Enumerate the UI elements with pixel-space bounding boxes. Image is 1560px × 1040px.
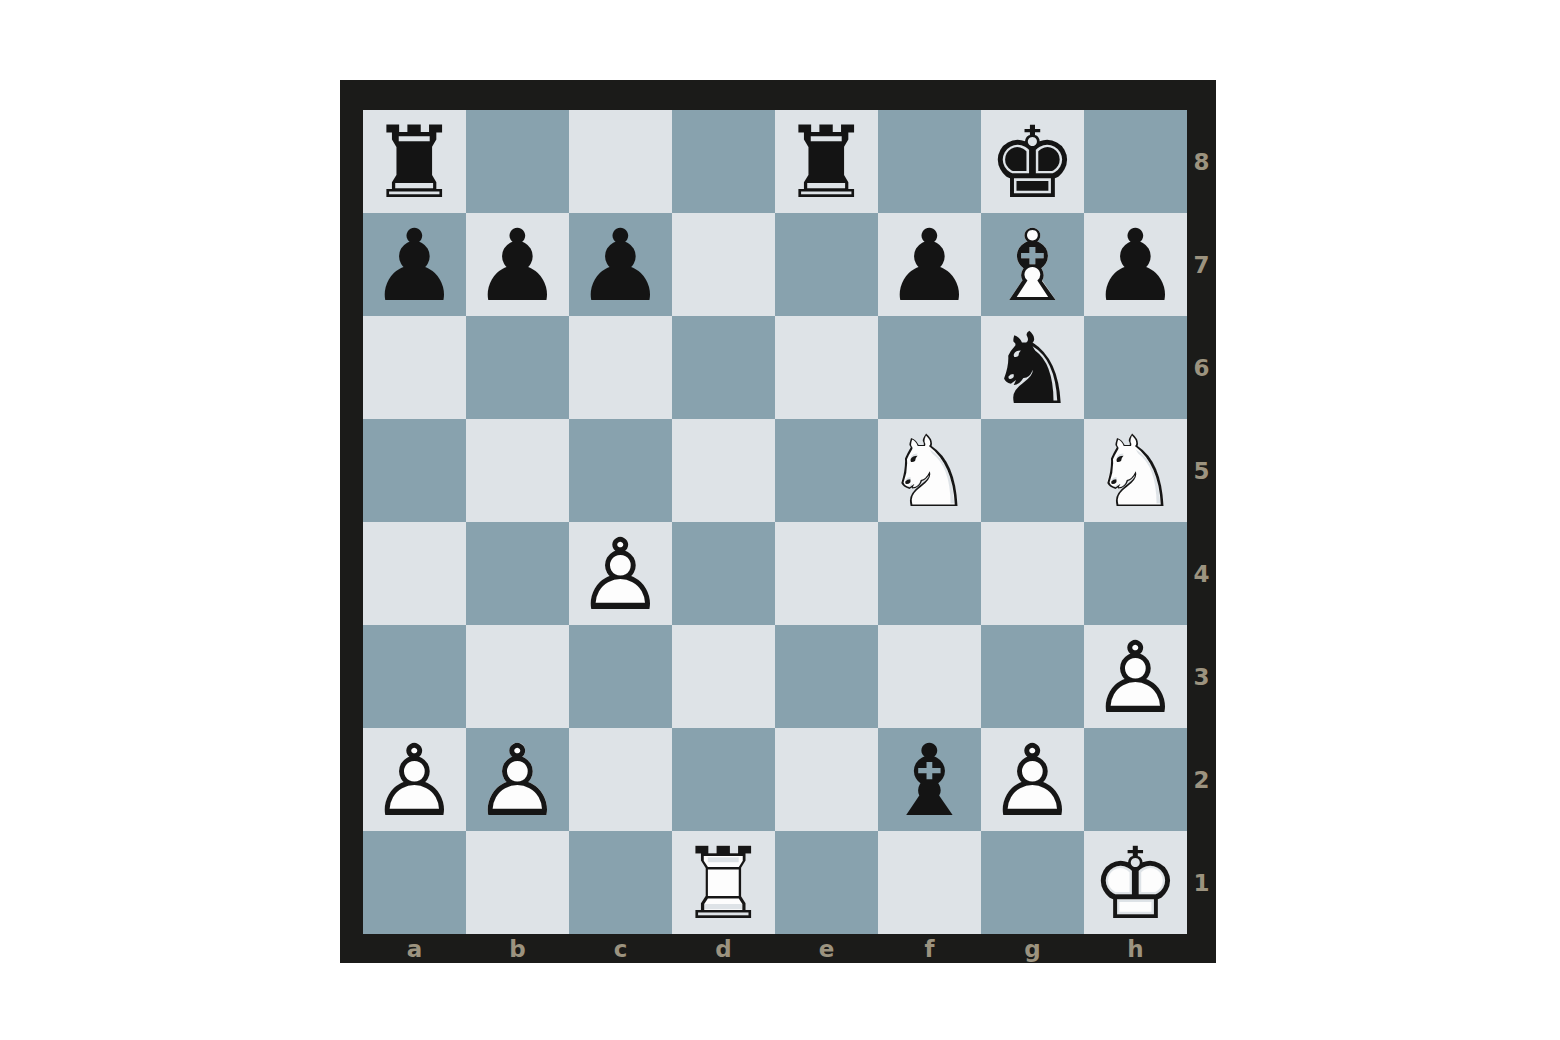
piece-white-pawn: ♟♙ bbox=[569, 522, 672, 625]
square-h8[interactable] bbox=[1084, 110, 1187, 213]
square-h4[interactable] bbox=[1084, 522, 1187, 625]
piece-black-pawn: ♟ bbox=[1084, 213, 1187, 316]
square-c2[interactable] bbox=[569, 728, 672, 831]
square-g7[interactable]: ♝♗ bbox=[981, 213, 1084, 316]
square-c4[interactable]: ♟♙ bbox=[569, 522, 672, 625]
piece-black-bishop: ♝ bbox=[878, 728, 981, 831]
square-a8[interactable]: ♜ bbox=[363, 110, 466, 213]
square-g8[interactable]: ♚ bbox=[981, 110, 1084, 213]
file-label-d: d bbox=[672, 934, 775, 963]
square-a3[interactable] bbox=[363, 625, 466, 728]
square-c8[interactable] bbox=[569, 110, 672, 213]
square-f5[interactable]: ♞♘ bbox=[878, 419, 981, 522]
file-label-h: h bbox=[1084, 934, 1187, 963]
square-g3[interactable] bbox=[981, 625, 1084, 728]
rank-label-3: 3 bbox=[1187, 625, 1216, 728]
square-g5[interactable] bbox=[981, 419, 1084, 522]
rank-label-8: 8 bbox=[1187, 110, 1216, 213]
square-h6[interactable] bbox=[1084, 316, 1187, 419]
file-label-g: g bbox=[981, 934, 1084, 963]
piece-white-pawn: ♟♙ bbox=[363, 728, 466, 831]
rank-label-5: 5 bbox=[1187, 419, 1216, 522]
square-a7[interactable]: ♟ bbox=[363, 213, 466, 316]
square-f3[interactable] bbox=[878, 625, 981, 728]
square-e2[interactable] bbox=[775, 728, 878, 831]
square-e5[interactable] bbox=[775, 419, 878, 522]
piece-white-rook: ♜♖ bbox=[672, 831, 775, 934]
rank-label-4: 4 bbox=[1187, 522, 1216, 625]
square-b1[interactable] bbox=[466, 831, 569, 934]
square-d7[interactable] bbox=[672, 213, 775, 316]
square-e7[interactable] bbox=[775, 213, 878, 316]
piece-black-pawn: ♟ bbox=[878, 213, 981, 316]
square-a6[interactable] bbox=[363, 316, 466, 419]
file-label-f: f bbox=[878, 934, 981, 963]
square-d1[interactable]: ♜♖ bbox=[672, 831, 775, 934]
square-c3[interactable] bbox=[569, 625, 672, 728]
square-g1[interactable] bbox=[981, 831, 1084, 934]
piece-white-pawn: ♟♙ bbox=[981, 728, 1084, 831]
piece-black-rook: ♜ bbox=[775, 110, 878, 213]
square-c5[interactable] bbox=[569, 419, 672, 522]
rank-label-1: 1 bbox=[1187, 831, 1216, 934]
square-a5[interactable] bbox=[363, 419, 466, 522]
square-d6[interactable] bbox=[672, 316, 775, 419]
square-b6[interactable] bbox=[466, 316, 569, 419]
piece-white-pawn: ♟♙ bbox=[1084, 625, 1187, 728]
square-b3[interactable] bbox=[466, 625, 569, 728]
piece-black-pawn: ♟ bbox=[569, 213, 672, 316]
rank-label-6: 6 bbox=[1187, 316, 1216, 419]
piece-white-pawn: ♟♙ bbox=[466, 728, 569, 831]
square-f4[interactable] bbox=[878, 522, 981, 625]
square-h2[interactable] bbox=[1084, 728, 1187, 831]
square-b2[interactable]: ♟♙ bbox=[466, 728, 569, 831]
square-f2[interactable]: ♝ bbox=[878, 728, 981, 831]
rank-labels: 87654321 bbox=[1187, 110, 1216, 934]
square-f8[interactable] bbox=[878, 110, 981, 213]
square-a1[interactable] bbox=[363, 831, 466, 934]
piece-black-rook: ♜ bbox=[363, 110, 466, 213]
piece-black-pawn: ♟ bbox=[363, 213, 466, 316]
piece-white-knight: ♞♘ bbox=[878, 419, 981, 522]
square-e4[interactable] bbox=[775, 522, 878, 625]
board-grid: ♜♜♚♟♟♟♟♝♗♟♞♞♘♞♘♟♙♟♙♟♙♟♙♝♟♙♜♖♚♔ bbox=[363, 110, 1187, 934]
square-e6[interactable] bbox=[775, 316, 878, 419]
square-g6[interactable]: ♞ bbox=[981, 316, 1084, 419]
square-d2[interactable] bbox=[672, 728, 775, 831]
square-g2[interactable]: ♟♙ bbox=[981, 728, 1084, 831]
square-b7[interactable]: ♟ bbox=[466, 213, 569, 316]
square-a2[interactable]: ♟♙ bbox=[363, 728, 466, 831]
piece-black-king: ♚ bbox=[981, 110, 1084, 213]
rank-label-7: 7 bbox=[1187, 213, 1216, 316]
square-h7[interactable]: ♟ bbox=[1084, 213, 1187, 316]
square-d4[interactable] bbox=[672, 522, 775, 625]
square-f6[interactable] bbox=[878, 316, 981, 419]
file-label-e: e bbox=[775, 934, 878, 963]
square-h3[interactable]: ♟♙ bbox=[1084, 625, 1187, 728]
piece-white-king: ♚♔ bbox=[1084, 831, 1187, 934]
square-d8[interactable] bbox=[672, 110, 775, 213]
file-label-a: a bbox=[363, 934, 466, 963]
rank-label-2: 2 bbox=[1187, 728, 1216, 831]
square-b4[interactable] bbox=[466, 522, 569, 625]
chessboard-frame: ♜♜♚♟♟♟♟♝♗♟♞♞♘♞♘♟♙♟♙♟♙♟♙♝♟♙♜♖♚♔ abcdefgh … bbox=[340, 80, 1216, 963]
piece-black-knight: ♞ bbox=[981, 316, 1084, 419]
square-b8[interactable] bbox=[466, 110, 569, 213]
square-d3[interactable] bbox=[672, 625, 775, 728]
square-c7[interactable]: ♟ bbox=[569, 213, 672, 316]
piece-black-pawn: ♟ bbox=[466, 213, 569, 316]
square-f7[interactable]: ♟ bbox=[878, 213, 981, 316]
square-e1[interactable] bbox=[775, 831, 878, 934]
square-g4[interactable] bbox=[981, 522, 1084, 625]
piece-white-knight: ♞♘ bbox=[1084, 419, 1187, 522]
square-e8[interactable]: ♜ bbox=[775, 110, 878, 213]
square-f1[interactable] bbox=[878, 831, 981, 934]
square-h1[interactable]: ♚♔ bbox=[1084, 831, 1187, 934]
file-labels: abcdefgh bbox=[363, 934, 1187, 963]
square-d5[interactable] bbox=[672, 419, 775, 522]
square-c6[interactable] bbox=[569, 316, 672, 419]
square-c1[interactable] bbox=[569, 831, 672, 934]
square-h5[interactable]: ♞♘ bbox=[1084, 419, 1187, 522]
piece-white-bishop: ♝♗ bbox=[981, 213, 1084, 316]
file-label-c: c bbox=[569, 934, 672, 963]
square-a4[interactable] bbox=[363, 522, 466, 625]
file-label-b: b bbox=[466, 934, 569, 963]
square-e3[interactable] bbox=[775, 625, 878, 728]
square-b5[interactable] bbox=[466, 419, 569, 522]
